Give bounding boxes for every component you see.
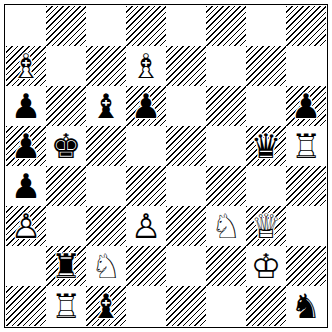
piece-halo: ♝ xyxy=(86,86,126,126)
square-g5[interactable]: ♛♛ xyxy=(246,126,286,166)
square-g7[interactable] xyxy=(246,46,286,86)
piece-halo: ♚ xyxy=(46,126,86,166)
piece-black-king: ♚ xyxy=(46,126,86,166)
square-f2[interactable] xyxy=(206,246,246,286)
square-e7[interactable] xyxy=(166,46,206,86)
square-a7[interactable]: ♝♗ xyxy=(6,46,46,86)
piece-halo: ♞ xyxy=(86,246,126,286)
piece-black-pawn: ♟ xyxy=(6,166,46,206)
square-c6[interactable]: ♝♝ xyxy=(86,86,126,126)
piece-halo: ♚ xyxy=(246,246,286,286)
piece-white-queen: ♕ xyxy=(246,206,286,246)
square-f6[interactable] xyxy=(206,86,246,126)
piece-halo: ♟ xyxy=(6,126,46,166)
square-h5[interactable]: ♜♖ xyxy=(286,126,326,166)
piece-black-queen: ♛ xyxy=(246,126,286,166)
square-f8[interactable] xyxy=(206,6,246,46)
square-d6[interactable]: ♟♟ xyxy=(126,86,166,126)
square-f4[interactable] xyxy=(206,166,246,206)
square-g4[interactable] xyxy=(246,166,286,206)
square-d8[interactable] xyxy=(126,6,166,46)
piece-black-pawn: ♟ xyxy=(286,86,326,126)
piece-halo: ♞ xyxy=(206,206,246,246)
piece-halo: ♜ xyxy=(46,286,86,326)
piece-halo: ♜ xyxy=(286,126,326,166)
piece-white-bishop: ♗ xyxy=(6,46,46,86)
piece-black-bishop: ♝ xyxy=(86,86,126,126)
square-e5[interactable] xyxy=(166,126,206,166)
square-g8[interactable] xyxy=(246,6,286,46)
piece-halo: ♛ xyxy=(246,206,286,246)
square-h4[interactable] xyxy=(286,166,326,206)
board-frame: ♝♗♝♗♟♟♝♝♟♟♟♟♟♟♚♚♛♛♜♖♟♟♟♙♟♙♞♘♛♕♜♜♞♘♚♔♜♖♝♝… xyxy=(4,4,328,328)
square-c8[interactable] xyxy=(86,6,126,46)
square-b7[interactable] xyxy=(46,46,86,86)
piece-black-knight: ♞ xyxy=(286,286,326,326)
square-f7[interactable] xyxy=(206,46,246,86)
square-g6[interactable] xyxy=(246,86,286,126)
square-e3[interactable] xyxy=(166,206,206,246)
square-d1[interactable] xyxy=(126,286,166,326)
square-h3[interactable] xyxy=(286,206,326,246)
piece-white-pawn: ♙ xyxy=(126,206,166,246)
square-d7[interactable]: ♝♗ xyxy=(126,46,166,86)
square-c1[interactable]: ♝♝ xyxy=(86,286,126,326)
square-a2[interactable] xyxy=(6,246,46,286)
piece-white-king: ♔ xyxy=(246,246,286,286)
piece-halo: ♟ xyxy=(126,86,166,126)
square-h6[interactable]: ♟♟ xyxy=(286,86,326,126)
piece-white-knight: ♘ xyxy=(206,206,246,246)
square-b8[interactable] xyxy=(46,6,86,46)
piece-halo: ♟ xyxy=(6,206,46,246)
square-c5[interactable] xyxy=(86,126,126,166)
square-e2[interactable] xyxy=(166,246,206,286)
square-a5[interactable]: ♟♟ xyxy=(6,126,46,166)
square-a4[interactable]: ♟♟ xyxy=(6,166,46,206)
piece-halo: ♛ xyxy=(246,126,286,166)
square-a1[interactable] xyxy=(6,286,46,326)
piece-halo: ♟ xyxy=(126,206,166,246)
piece-halo: ♝ xyxy=(6,46,46,86)
square-e8[interactable] xyxy=(166,6,206,46)
piece-black-pawn: ♟ xyxy=(6,126,46,166)
square-d2[interactable] xyxy=(126,246,166,286)
square-b3[interactable] xyxy=(46,206,86,246)
square-b1[interactable]: ♜♖ xyxy=(46,286,86,326)
square-a8[interactable] xyxy=(6,6,46,46)
square-d4[interactable] xyxy=(126,166,166,206)
chess-board: ♝♗♝♗♟♟♝♝♟♟♟♟♟♟♚♚♛♛♜♖♟♟♟♙♟♙♞♘♛♕♜♜♞♘♚♔♜♖♝♝… xyxy=(6,6,326,326)
square-f5[interactable] xyxy=(206,126,246,166)
square-g2[interactable]: ♚♔ xyxy=(246,246,286,286)
piece-halo: ♟ xyxy=(286,86,326,126)
piece-white-rook: ♖ xyxy=(286,126,326,166)
square-b6[interactable] xyxy=(46,86,86,126)
square-e1[interactable] xyxy=(166,286,206,326)
piece-white-rook: ♖ xyxy=(46,286,86,326)
square-c2[interactable]: ♞♘ xyxy=(86,246,126,286)
piece-halo: ♝ xyxy=(126,46,166,86)
piece-halo: ♟ xyxy=(6,86,46,126)
square-c7[interactable] xyxy=(86,46,126,86)
piece-black-pawn: ♟ xyxy=(126,86,166,126)
piece-black-rook: ♜ xyxy=(46,246,86,286)
square-h1[interactable]: ♞♞ xyxy=(286,286,326,326)
square-c4[interactable] xyxy=(86,166,126,206)
piece-black-bishop: ♝ xyxy=(86,286,126,326)
piece-halo: ♞ xyxy=(286,286,326,326)
square-h7[interactable] xyxy=(286,46,326,86)
square-f1[interactable] xyxy=(206,286,246,326)
square-g3[interactable]: ♛♕ xyxy=(246,206,286,246)
square-d3[interactable]: ♟♙ xyxy=(126,206,166,246)
square-e4[interactable] xyxy=(166,166,206,206)
piece-white-bishop: ♗ xyxy=(126,46,166,86)
piece-white-knight: ♘ xyxy=(86,246,126,286)
square-b2[interactable]: ♜♜ xyxy=(46,246,86,286)
square-h8[interactable] xyxy=(286,6,326,46)
square-d5[interactable] xyxy=(126,126,166,166)
square-a3[interactable]: ♟♙ xyxy=(6,206,46,246)
piece-black-pawn: ♟ xyxy=(6,86,46,126)
square-b5[interactable]: ♚♚ xyxy=(46,126,86,166)
square-c3[interactable] xyxy=(86,206,126,246)
square-g1[interactable] xyxy=(246,286,286,326)
square-a6[interactable]: ♟♟ xyxy=(6,86,46,126)
square-e6[interactable] xyxy=(166,86,206,126)
piece-halo: ♜ xyxy=(46,246,86,286)
piece-white-pawn: ♙ xyxy=(6,206,46,246)
square-f3[interactable]: ♞♘ xyxy=(206,206,246,246)
square-b4[interactable] xyxy=(46,166,86,206)
square-h2[interactable] xyxy=(286,246,326,286)
piece-halo: ♟ xyxy=(6,166,46,206)
piece-halo: ♝ xyxy=(86,286,126,326)
